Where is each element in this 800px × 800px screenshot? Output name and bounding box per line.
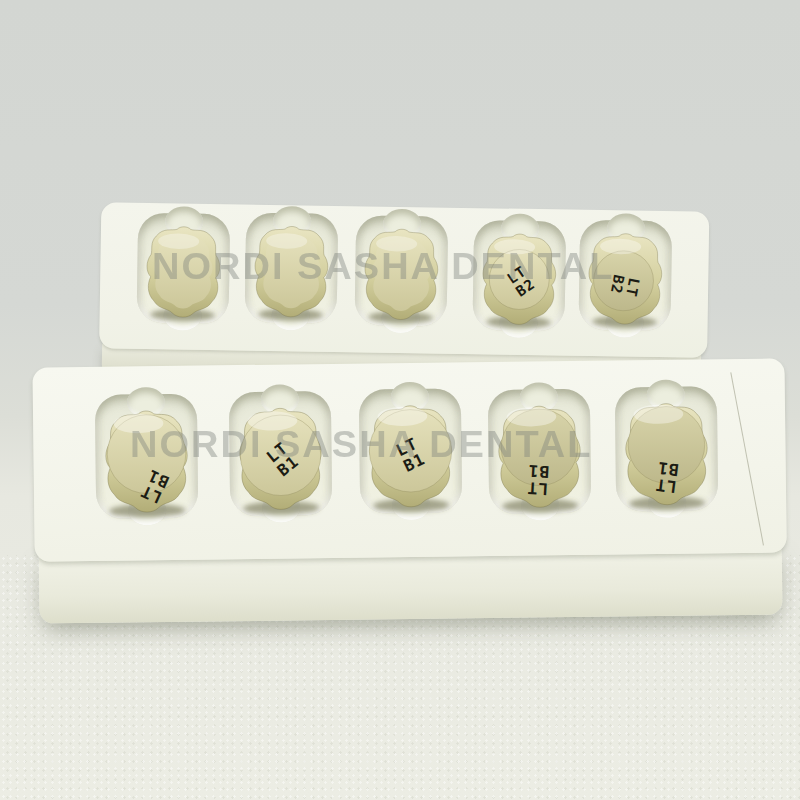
ceramic-block-lt-b2: LT B2	[475, 229, 563, 331]
block-label-line2: B2	[608, 274, 628, 296]
ceramic-block-lt-b1: LT B1	[362, 400, 459, 514]
ceramic-block	[140, 222, 228, 324]
ceramic-block-lt-b2: LT B2	[581, 229, 669, 331]
product-photo-scene: LT B2 LT B2	[0, 0, 800, 800]
block-label-line2: B1	[656, 458, 680, 480]
lower-tray: LT B1 LT B1 LT B1	[32, 358, 787, 625]
block-label-line2: B1	[527, 461, 550, 481]
ceramic-block	[248, 222, 336, 324]
ceramic-block-lt-b1: LT B1	[98, 406, 195, 520]
ceramic-block	[358, 224, 446, 326]
upper-tray: LT B2 LT B2	[99, 202, 710, 387]
ceramic-block-lt-b1: LT B1	[232, 403, 329, 517]
ceramic-block-lt-b1: LT B1	[491, 401, 588, 515]
ceramic-block-lt-b1: LT B1	[618, 398, 715, 512]
